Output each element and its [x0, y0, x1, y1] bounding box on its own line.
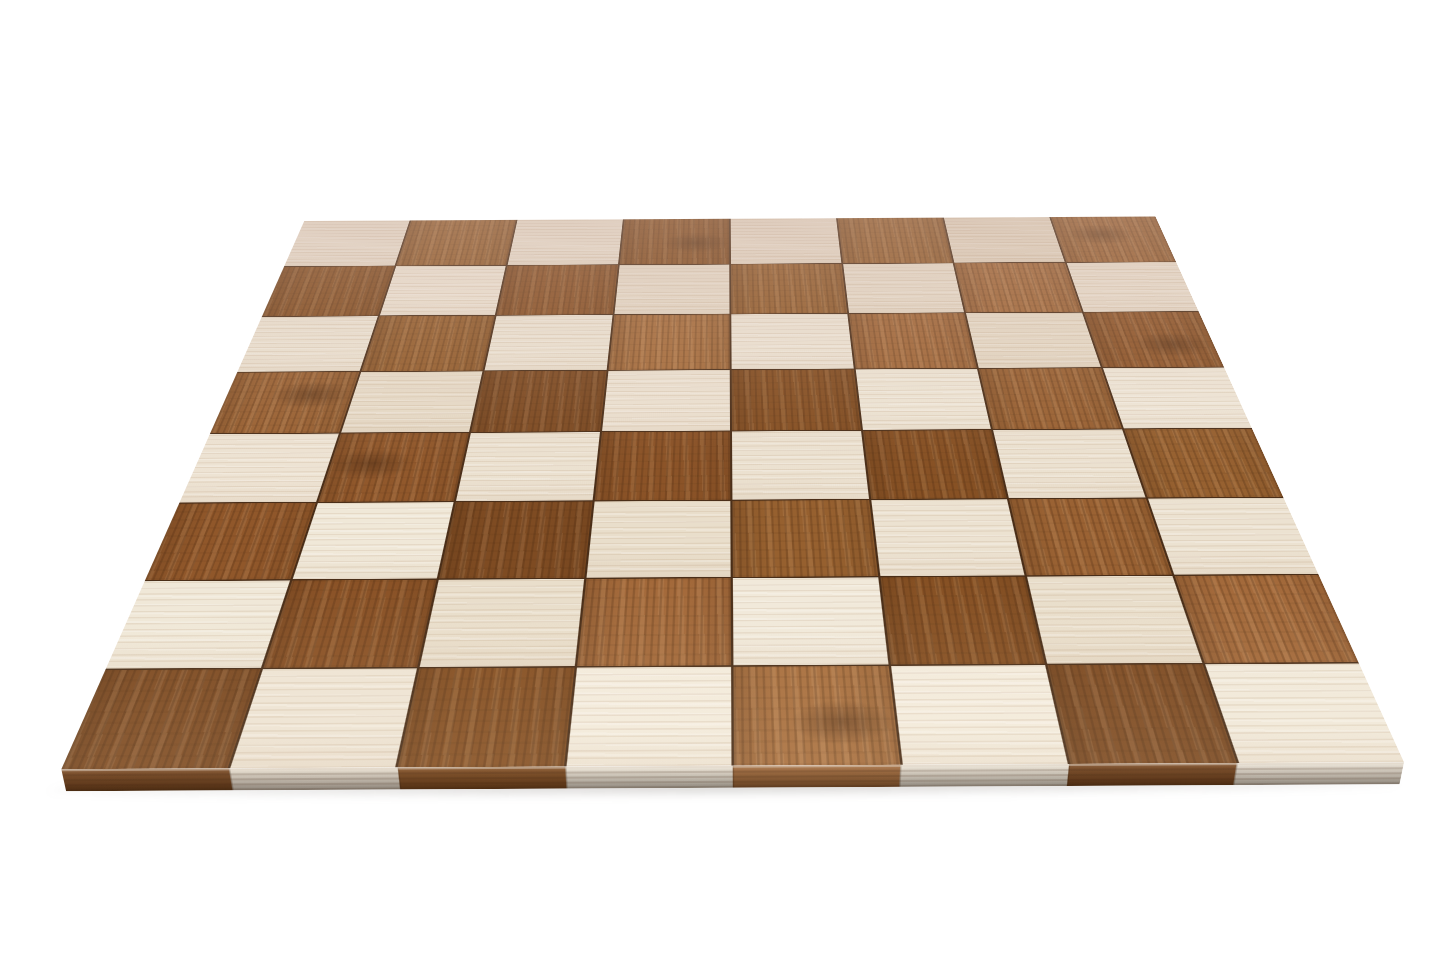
square-a3: [145, 503, 315, 580]
square-g5: [979, 368, 1121, 429]
chess-board: [61, 217, 1404, 770]
square-b6: [361, 316, 495, 371]
square-e7: [731, 264, 847, 314]
square-d3: [586, 500, 731, 577]
square-c3: [439, 501, 592, 578]
front-edge-segment-g1: [1066, 763, 1236, 786]
board-grid: [61, 217, 1404, 770]
square-g1: [1047, 664, 1236, 764]
square-g4: [993, 429, 1145, 497]
square-b8: [396, 220, 516, 265]
square-d8: [619, 219, 729, 264]
square-a6: [238, 316, 378, 371]
square-h5: [1102, 367, 1251, 428]
square-e2: [733, 577, 888, 665]
front-edge-segment-e1: [733, 765, 901, 788]
front-edge-segment-h1: [1233, 762, 1404, 785]
square-d2: [577, 578, 731, 666]
square-d5: [602, 370, 730, 431]
square-h3: [1147, 498, 1318, 575]
square-c8: [508, 219, 623, 264]
square-h1: [1204, 663, 1404, 763]
square-c1: [398, 667, 574, 767]
square-c7: [497, 265, 618, 315]
square-h6: [1083, 312, 1223, 367]
square-c5: [471, 371, 606, 432]
square-d6: [608, 314, 730, 369]
square-h8: [1051, 217, 1176, 262]
square-c6: [485, 315, 613, 370]
square-e5: [732, 369, 861, 430]
square-b5: [341, 371, 483, 432]
square-f8: [837, 218, 952, 263]
square-b3: [292, 502, 454, 579]
square-e1: [733, 666, 899, 766]
square-g2: [1027, 576, 1201, 663]
square-a2: [106, 581, 289, 669]
square-d4: [594, 432, 730, 501]
square-f3: [871, 499, 1025, 576]
square-f6: [849, 313, 977, 368]
square-c2: [420, 579, 584, 667]
square-b4: [318, 433, 469, 502]
square-h7: [1066, 262, 1198, 312]
square-a4: [180, 434, 339, 503]
square-g6: [966, 313, 1100, 368]
square-c4: [456, 432, 599, 501]
front-edge-segment-f1: [900, 764, 1069, 787]
square-e6: [731, 314, 853, 369]
square-h2: [1174, 575, 1358, 662]
square-e3: [732, 500, 877, 577]
square-d7: [614, 264, 729, 314]
square-f4: [863, 430, 1007, 498]
square-a8: [284, 221, 409, 266]
square-g7: [954, 263, 1081, 313]
square-a7: [262, 266, 394, 316]
square-b7: [379, 266, 505, 316]
square-a1: [61, 669, 260, 769]
square-e8: [731, 218, 841, 263]
square-h4: [1124, 429, 1283, 497]
front-edge-segment-b1: [229, 767, 399, 790]
square-f2: [880, 577, 1045, 664]
front-edge-segment-d1: [565, 766, 733, 789]
front-edge-segment-a1: [61, 768, 232, 791]
square-g3: [1009, 498, 1171, 575]
square-e4: [732, 431, 868, 500]
product-photo-scene: [0, 0, 1445, 963]
front-edge-segment-c1: [397, 767, 566, 790]
square-f1: [890, 665, 1067, 765]
square-g8: [944, 217, 1064, 262]
square-f5: [855, 369, 991, 430]
square-a5: [210, 372, 359, 433]
square-d1: [566, 666, 732, 766]
board-top-surface: [61, 217, 1404, 770]
square-b1: [230, 668, 418, 768]
square-f7: [843, 263, 964, 313]
square-b2: [263, 580, 437, 668]
